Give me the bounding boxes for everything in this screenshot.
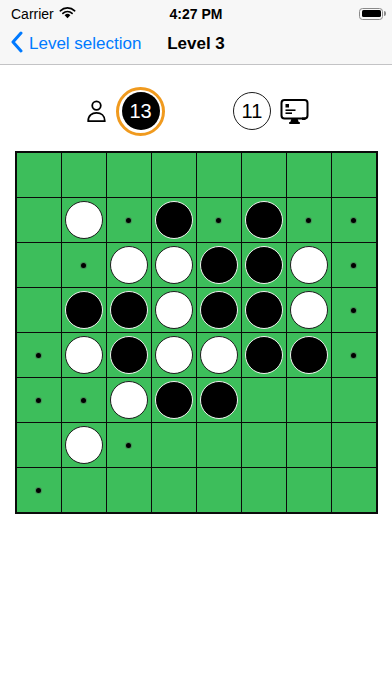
legal-move-dot-b3 xyxy=(81,263,86,268)
black-disc-f3 xyxy=(245,246,283,284)
cell-a8[interactable] xyxy=(17,468,61,512)
cell-h7 xyxy=(332,423,376,467)
white-disc-c3 xyxy=(110,246,148,284)
cell-c2[interactable] xyxy=(107,198,151,242)
black-disc-f4 xyxy=(245,291,283,329)
white-disc-e5 xyxy=(200,336,238,374)
wifi-icon xyxy=(59,5,76,23)
legal-move-dot-c7 xyxy=(126,443,131,448)
black-disc-f2 xyxy=(245,201,283,239)
legal-move-dot-h2 xyxy=(351,218,356,223)
white-disc-d3 xyxy=(155,246,193,284)
legal-move-dot-g2 xyxy=(306,218,311,223)
legal-move-dot-e2 xyxy=(216,218,221,223)
white-disc-b7 xyxy=(65,426,103,464)
black-disc-e4 xyxy=(200,291,238,329)
cell-c6 xyxy=(107,378,151,422)
cell-g2[interactable] xyxy=(287,198,331,242)
cell-d5 xyxy=(152,333,196,377)
white-disc-g3 xyxy=(290,246,328,284)
score-panel: 13 11 xyxy=(0,85,392,137)
cell-e8 xyxy=(197,468,241,512)
cell-g5 xyxy=(287,333,331,377)
legal-move-dot-b6 xyxy=(81,398,86,403)
cell-c8 xyxy=(107,468,151,512)
person-icon xyxy=(83,97,110,125)
cell-a2 xyxy=(17,198,61,242)
cell-b1 xyxy=(62,153,106,197)
cell-g1 xyxy=(287,153,331,197)
legal-move-dot-a6 xyxy=(36,398,41,403)
cell-g4 xyxy=(287,288,331,332)
white-disc-g4 xyxy=(290,291,328,329)
cell-d4 xyxy=(152,288,196,332)
cell-b4 xyxy=(62,288,106,332)
black-score-value: 13 xyxy=(129,100,151,123)
cell-d3 xyxy=(152,243,196,287)
cell-h4[interactable] xyxy=(332,288,376,332)
cell-f8 xyxy=(242,468,286,512)
cell-c4 xyxy=(107,288,151,332)
computer-monitor-icon xyxy=(280,98,309,125)
cell-b7 xyxy=(62,423,106,467)
legal-move-dot-a8 xyxy=(36,488,41,493)
cell-d7 xyxy=(152,423,196,467)
white-disc-d4 xyxy=(155,291,193,329)
white-disc-d5 xyxy=(155,336,193,374)
cell-e3 xyxy=(197,243,241,287)
cell-g3 xyxy=(287,243,331,287)
cell-e7 xyxy=(197,423,241,467)
cell-g8 xyxy=(287,468,331,512)
cell-c3 xyxy=(107,243,151,287)
cell-f5 xyxy=(242,333,286,377)
cell-f7 xyxy=(242,423,286,467)
cell-d2 xyxy=(152,198,196,242)
black-disc-e6 xyxy=(200,381,238,419)
cell-h5[interactable] xyxy=(332,333,376,377)
cell-a4 xyxy=(17,288,61,332)
cell-h8 xyxy=(332,468,376,512)
white-disc-c6 xyxy=(110,381,148,419)
cell-d1 xyxy=(152,153,196,197)
legal-move-dot-h5 xyxy=(351,353,356,358)
black-disc-g5 xyxy=(290,336,328,374)
cell-a5[interactable] xyxy=(17,333,61,377)
back-button[interactable]: Level selection xyxy=(10,31,141,57)
cell-a6[interactable] xyxy=(17,378,61,422)
cell-b2 xyxy=(62,198,106,242)
black-score-badge: 13 xyxy=(122,92,160,130)
white-score-badge: 11 xyxy=(233,92,271,130)
chevron-left-icon xyxy=(10,31,23,57)
cell-e5 xyxy=(197,333,241,377)
back-button-label: Level selection xyxy=(29,34,141,54)
cell-e2[interactable] xyxy=(197,198,241,242)
cell-f4 xyxy=(242,288,286,332)
cell-a7 xyxy=(17,423,61,467)
cell-e1 xyxy=(197,153,241,197)
cell-c7[interactable] xyxy=(107,423,151,467)
cell-h3[interactable] xyxy=(332,243,376,287)
nav-bar: Level selection Level 3 xyxy=(0,24,392,64)
header: Carrier 4:27 PM Level selection xyxy=(0,0,392,65)
cell-e6 xyxy=(197,378,241,422)
black-disc-d6 xyxy=(155,381,193,419)
cell-b6[interactable] xyxy=(62,378,106,422)
cell-f3 xyxy=(242,243,286,287)
cell-a3 xyxy=(17,243,61,287)
black-disc-e3 xyxy=(200,246,238,284)
black-turn-indicator-ring: 13 xyxy=(116,87,165,136)
cell-g6 xyxy=(287,378,331,422)
legal-move-dot-c2 xyxy=(126,218,131,223)
carrier-label: Carrier xyxy=(11,6,54,22)
black-disc-f5 xyxy=(245,336,283,374)
cell-c5 xyxy=(107,333,151,377)
cell-e4 xyxy=(197,288,241,332)
cell-h6 xyxy=(332,378,376,422)
white-disc-b2 xyxy=(65,201,103,239)
cell-f6 xyxy=(242,378,286,422)
black-disc-c4 xyxy=(110,291,148,329)
cell-b8 xyxy=(62,468,106,512)
cell-d8 xyxy=(152,468,196,512)
legal-move-dot-a5 xyxy=(36,353,41,358)
cell-a1 xyxy=(17,153,61,197)
status-bar: Carrier 4:27 PM xyxy=(0,0,392,24)
cell-h2[interactable] xyxy=(332,198,376,242)
legal-move-dot-h3 xyxy=(351,263,356,268)
cell-b3[interactable] xyxy=(62,243,106,287)
cell-h1 xyxy=(332,153,376,197)
black-disc-c5 xyxy=(110,336,148,374)
cell-g7 xyxy=(287,423,331,467)
board xyxy=(15,151,378,514)
battery-icon xyxy=(359,5,386,20)
black-disc-d2 xyxy=(155,201,193,239)
cell-d6 xyxy=(152,378,196,422)
black-disc-b4 xyxy=(65,291,103,329)
white-disc-b5 xyxy=(65,336,103,374)
cell-f1 xyxy=(242,153,286,197)
cell-f2 xyxy=(242,198,286,242)
white-score-value: 11 xyxy=(242,100,263,123)
cell-b5 xyxy=(62,333,106,377)
legal-move-dot-h4 xyxy=(351,308,356,313)
cell-c1 xyxy=(107,153,151,197)
